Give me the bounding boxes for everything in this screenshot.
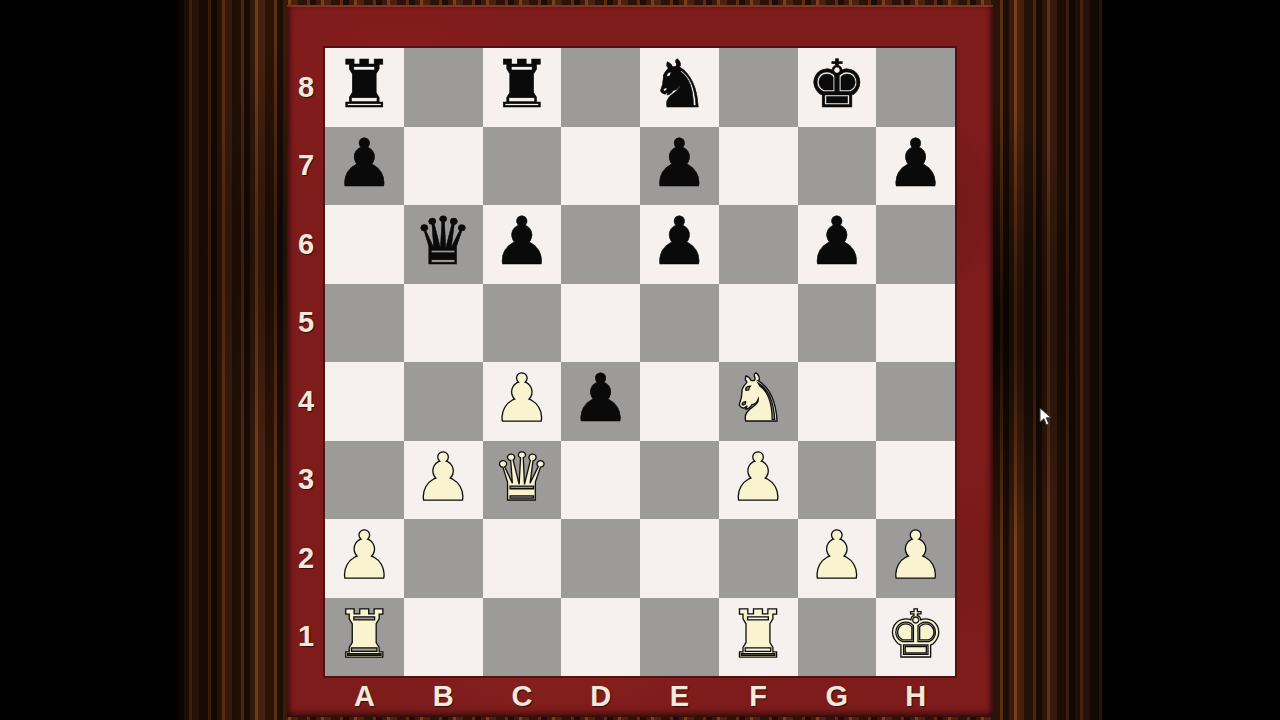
white-rook-a1[interactable]: ♜ (335, 602, 394, 668)
square-e3[interactable] (640, 441, 719, 520)
white-pawn-c4[interactable]: ♟ (492, 366, 551, 432)
black-knight-e8[interactable]: ♞ (650, 52, 709, 118)
rank-label-1: 1 (287, 598, 325, 677)
black-queen-b6[interactable]: ♛ (414, 209, 473, 275)
square-h3[interactable] (876, 441, 955, 520)
square-g8[interactable]: ♚ (798, 48, 877, 127)
square-d6[interactable] (561, 205, 640, 284)
square-f8[interactable] (719, 48, 798, 127)
square-b7[interactable] (404, 127, 483, 206)
black-king-g8[interactable]: ♚ (807, 52, 866, 118)
black-rook-c8[interactable]: ♜ (492, 52, 551, 118)
rank-label-7: 7 (287, 127, 325, 206)
white-king-h1[interactable]: ♚ (886, 602, 945, 668)
white-pawn-h2[interactable]: ♟ (886, 523, 945, 589)
file-label-g: G (798, 676, 877, 716)
rank-label-3: 3 (287, 441, 325, 520)
square-f5[interactable] (719, 284, 798, 363)
file-label-e: E (640, 676, 719, 716)
rank-labels: 87654321 (287, 48, 325, 676)
square-c8[interactable]: ♜ (483, 48, 562, 127)
square-c1[interactable] (483, 598, 562, 677)
square-f6[interactable] (719, 205, 798, 284)
square-a4[interactable] (325, 362, 404, 441)
square-c5[interactable] (483, 284, 562, 363)
rank-label-8: 8 (287, 48, 325, 127)
black-pawn-d4[interactable]: ♟ (571, 366, 630, 432)
square-h7[interactable]: ♟ (876, 127, 955, 206)
square-e7[interactable]: ♟ (640, 127, 719, 206)
square-f4[interactable]: ♞ (719, 362, 798, 441)
square-h2[interactable]: ♟ (876, 519, 955, 598)
square-g3[interactable] (798, 441, 877, 520)
square-g7[interactable] (798, 127, 877, 206)
square-g4[interactable] (798, 362, 877, 441)
square-b1[interactable] (404, 598, 483, 677)
square-b6[interactable]: ♛ (404, 205, 483, 284)
white-pawn-g2[interactable]: ♟ (807, 523, 866, 589)
black-pawn-e7[interactable]: ♟ (650, 131, 709, 197)
square-c6[interactable]: ♟ (483, 205, 562, 284)
black-pawn-a7[interactable]: ♟ (335, 131, 394, 197)
square-e1[interactable] (640, 598, 719, 677)
square-h6[interactable] (876, 205, 955, 284)
chess-board[interactable]: ♜♜♞♚♟♟♟♛♟♟♟♟♟♞♟♛♟♟♟♟♜♜♚ (325, 48, 955, 676)
square-b8[interactable] (404, 48, 483, 127)
square-d3[interactable] (561, 441, 640, 520)
white-queen-c3[interactable]: ♛ (492, 445, 551, 511)
square-a6[interactable] (325, 205, 404, 284)
square-g2[interactable]: ♟ (798, 519, 877, 598)
square-b5[interactable] (404, 284, 483, 363)
square-a1[interactable]: ♜ (325, 598, 404, 677)
square-e4[interactable] (640, 362, 719, 441)
black-pawn-h7[interactable]: ♟ (886, 131, 945, 197)
black-pawn-g6[interactable]: ♟ (807, 209, 866, 275)
square-f7[interactable] (719, 127, 798, 206)
square-d8[interactable] (561, 48, 640, 127)
square-f2[interactable] (719, 519, 798, 598)
square-h5[interactable] (876, 284, 955, 363)
square-b3[interactable]: ♟ (404, 441, 483, 520)
square-c2[interactable] (483, 519, 562, 598)
rank-label-5: 5 (287, 284, 325, 363)
square-d7[interactable] (561, 127, 640, 206)
square-g1[interactable] (798, 598, 877, 677)
rank-label-4: 4 (287, 362, 325, 441)
black-rook-a8[interactable]: ♜ (335, 52, 394, 118)
file-label-b: B (404, 676, 483, 716)
square-h8[interactable] (876, 48, 955, 127)
black-pawn-c6[interactable]: ♟ (492, 209, 551, 275)
file-labels: ABCDEFGH (325, 676, 955, 716)
white-pawn-a2[interactable]: ♟ (335, 523, 394, 589)
square-a7[interactable]: ♟ (325, 127, 404, 206)
square-c4[interactable]: ♟ (483, 362, 562, 441)
square-d5[interactable] (561, 284, 640, 363)
square-e8[interactable]: ♞ (640, 48, 719, 127)
file-label-d: D (561, 676, 640, 716)
square-a5[interactable] (325, 284, 404, 363)
square-h1[interactable]: ♚ (876, 598, 955, 677)
square-c3[interactable]: ♛ (483, 441, 562, 520)
white-knight-f4[interactable]: ♞ (729, 366, 788, 432)
rank-label-2: 2 (287, 519, 325, 598)
square-f1[interactable]: ♜ (719, 598, 798, 677)
square-g6[interactable]: ♟ (798, 205, 877, 284)
square-b2[interactable] (404, 519, 483, 598)
file-label-f: F (719, 676, 798, 716)
file-label-a: A (325, 676, 404, 716)
video-frame: 87654321 ♜♜♞♚♟♟♟♛♟♟♟♟♟♞♟♛♟♟♟♟♜♜♚ ABCDEFG… (0, 0, 1280, 720)
board-frame: 87654321 ♜♜♞♚♟♟♟♛♟♟♟♟♟♞♟♛♟♟♟♟♜♜♚ ABCDEFG… (287, 5, 993, 717)
square-a8[interactable]: ♜ (325, 48, 404, 127)
file-label-h: H (876, 676, 955, 716)
square-c7[interactable] (483, 127, 562, 206)
square-e5[interactable] (640, 284, 719, 363)
mouse-cursor (1039, 407, 1054, 428)
file-label-c: C (483, 676, 562, 716)
square-d2[interactable] (561, 519, 640, 598)
white-pawn-b3[interactable]: ♟ (414, 445, 473, 511)
black-pawn-e6[interactable]: ♟ (650, 209, 709, 275)
square-a2[interactable]: ♟ (325, 519, 404, 598)
rank-label-6: 6 (287, 205, 325, 284)
square-b4[interactable] (404, 362, 483, 441)
square-g5[interactable] (798, 284, 877, 363)
square-e6[interactable]: ♟ (640, 205, 719, 284)
square-h4[interactable] (876, 362, 955, 441)
white-pawn-f3[interactable]: ♟ (729, 445, 788, 511)
square-a3[interactable] (325, 441, 404, 520)
square-d4[interactable]: ♟ (561, 362, 640, 441)
square-f3[interactable]: ♟ (719, 441, 798, 520)
white-rook-f1[interactable]: ♜ (729, 602, 788, 668)
square-d1[interactable] (561, 598, 640, 677)
square-e2[interactable] (640, 519, 719, 598)
